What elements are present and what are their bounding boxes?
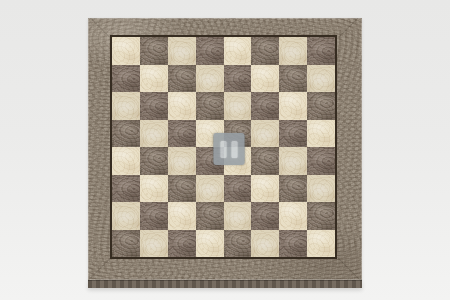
- square-g8[interactable]: [279, 37, 307, 65]
- square-h1[interactable]: [307, 230, 335, 258]
- square-e8[interactable]: [224, 37, 252, 65]
- square-g4[interactable]: [279, 147, 307, 175]
- square-d2[interactable]: [196, 202, 224, 230]
- square-h7[interactable]: [307, 65, 335, 93]
- square-h2[interactable]: [307, 202, 335, 230]
- square-b1[interactable]: [140, 230, 168, 258]
- square-c1[interactable]: [168, 230, 196, 258]
- square-b7[interactable]: [140, 65, 168, 93]
- square-d3[interactable]: [196, 175, 224, 203]
- square-a8[interactable]: [112, 37, 140, 65]
- square-b3[interactable]: [140, 175, 168, 203]
- square-g5[interactable]: [279, 120, 307, 148]
- square-c3[interactable]: [168, 175, 196, 203]
- square-d6[interactable]: [196, 92, 224, 120]
- square-e3[interactable]: [224, 175, 252, 203]
- square-a5[interactable]: [112, 120, 140, 148]
- square-g7[interactable]: [279, 65, 307, 93]
- square-b6[interactable]: [140, 92, 168, 120]
- square-h8[interactable]: [307, 37, 335, 65]
- square-a2[interactable]: [112, 202, 140, 230]
- square-d1[interactable]: [196, 230, 224, 258]
- square-f1[interactable]: [251, 230, 279, 258]
- square-a6[interactable]: [112, 92, 140, 120]
- square-e7[interactable]: [224, 65, 252, 93]
- square-a7[interactable]: [112, 65, 140, 93]
- square-a3[interactable]: [112, 175, 140, 203]
- square-f7[interactable]: [251, 65, 279, 93]
- square-g2[interactable]: [279, 202, 307, 230]
- chessboard-frame: [88, 18, 362, 280]
- square-f3[interactable]: [251, 175, 279, 203]
- square-c7[interactable]: [168, 65, 196, 93]
- frame-miter-bottom-right: [335, 257, 362, 280]
- square-h6[interactable]: [307, 92, 335, 120]
- square-b2[interactable]: [140, 202, 168, 230]
- square-c4[interactable]: [168, 147, 196, 175]
- square-f6[interactable]: [251, 92, 279, 120]
- square-b4[interactable]: [140, 147, 168, 175]
- square-g1[interactable]: [279, 230, 307, 258]
- square-a4[interactable]: [112, 147, 140, 175]
- square-g3[interactable]: [279, 175, 307, 203]
- frame-miter-top-right: [335, 18, 362, 37]
- square-c5[interactable]: [168, 120, 196, 148]
- square-h5[interactable]: [307, 120, 335, 148]
- square-a1[interactable]: [112, 230, 140, 258]
- square-f5[interactable]: [251, 120, 279, 148]
- square-h3[interactable]: [307, 175, 335, 203]
- square-c2[interactable]: [168, 202, 196, 230]
- pause-icon: [221, 141, 227, 158]
- square-b5[interactable]: [140, 120, 168, 148]
- square-e6[interactable]: [224, 92, 252, 120]
- pause-icon: [232, 141, 238, 158]
- frame-miter-top-left: [88, 18, 112, 37]
- square-f2[interactable]: [251, 202, 279, 230]
- square-b8[interactable]: [140, 37, 168, 65]
- square-f8[interactable]: [251, 37, 279, 65]
- square-c6[interactable]: [168, 92, 196, 120]
- square-d8[interactable]: [196, 37, 224, 65]
- product-scene: [0, 0, 450, 300]
- frame-miter-bottom-left: [88, 257, 112, 280]
- pause-overlay[interactable]: [214, 133, 245, 165]
- square-g6[interactable]: [279, 92, 307, 120]
- board-front-edge: [88, 280, 362, 288]
- square-c8[interactable]: [168, 37, 196, 65]
- square-d7[interactable]: [196, 65, 224, 93]
- square-f4[interactable]: [251, 147, 279, 175]
- square-h4[interactable]: [307, 147, 335, 175]
- square-e1[interactable]: [224, 230, 252, 258]
- square-e2[interactable]: [224, 202, 252, 230]
